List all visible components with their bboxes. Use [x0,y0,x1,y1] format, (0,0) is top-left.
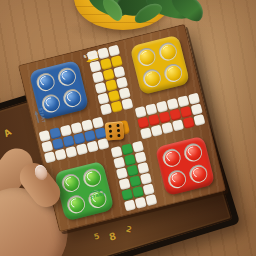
die-showing-six[interactable] [105,121,125,141]
ludo-peg[interactable] [143,69,161,87]
ludo-peg[interactable] [164,64,182,82]
ludo-peg[interactable] [37,73,55,91]
die-pip [117,134,120,137]
photo-scene: A 5 8 2 START START START [0,0,256,256]
die-pip [109,135,112,138]
peg-socket [81,167,103,189]
peg-socket [136,46,158,68]
peg-socket [35,71,57,93]
ludo-peg[interactable] [62,174,80,192]
peg-socket [141,67,163,89]
peg-socket [65,193,87,215]
die-pip [117,129,120,132]
ludo-peg[interactable] [83,169,101,187]
peg-socket [182,142,204,164]
peg-socket [61,87,83,109]
die-pip [109,130,112,133]
peg-socket [56,66,78,88]
yellow-start-label: START [83,51,99,59]
die-pip [108,125,111,128]
ludo-peg[interactable] [63,89,81,107]
die-pip [117,124,120,127]
peg-socket [162,62,184,84]
peg-socket [157,41,179,63]
ludo-peg[interactable] [67,195,85,213]
ludo-peg[interactable] [159,43,177,61]
peg-socket [187,163,209,185]
ludo-peg[interactable] [58,68,76,86]
peg-socket [60,172,82,194]
ludo-peg[interactable] [184,143,202,161]
ludo-peg[interactable] [137,48,155,66]
ludo-peg[interactable] [189,165,207,183]
ludo-peg[interactable] [42,94,60,112]
ludo-peg[interactable] [168,170,186,188]
peg-socket [166,168,188,190]
